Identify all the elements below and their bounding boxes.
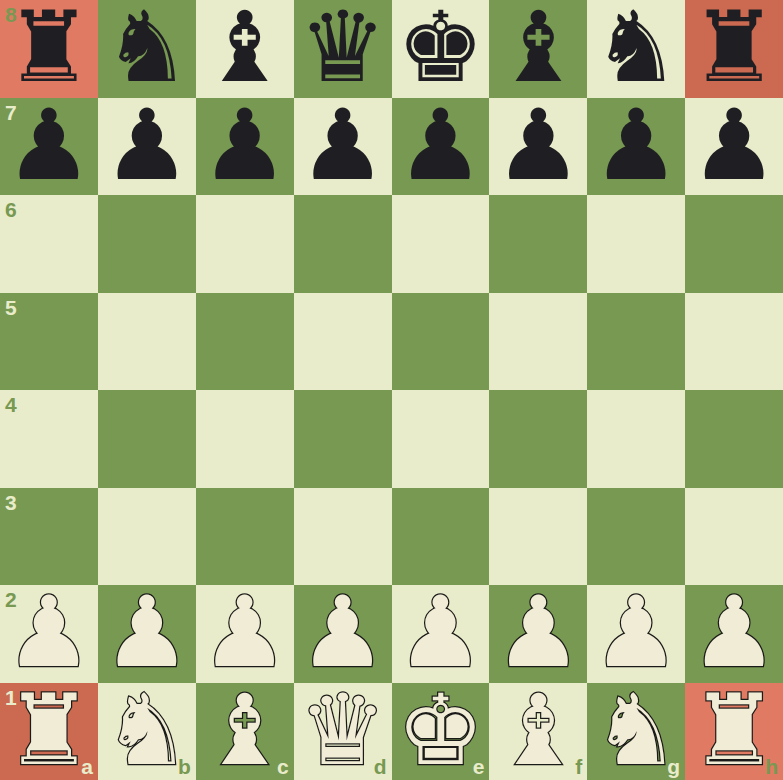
square-a6[interactable]: 6 — [0, 195, 98, 293]
rank-label-4: 4 — [5, 394, 17, 415]
square-e1[interactable]: e♚ — [392, 683, 490, 780]
square-b4[interactable] — [98, 390, 196, 488]
rank-label-5: 5 — [5, 297, 17, 318]
square-e3[interactable] — [392, 488, 490, 586]
square-a4[interactable]: 4 — [0, 390, 98, 488]
square-h2[interactable]: ♟ — [685, 585, 783, 683]
white-pawn[interactable]: ♟ — [299, 585, 387, 681]
square-d7[interactable]: ♟ — [294, 98, 392, 196]
white-pawn[interactable]: ♟ — [494, 585, 582, 681]
white-pawn[interactable]: ♟ — [690, 585, 778, 681]
square-c5[interactable] — [196, 293, 294, 391]
square-d4[interactable] — [294, 390, 392, 488]
square-a2[interactable]: 2♟ — [0, 585, 98, 683]
square-c3[interactable] — [196, 488, 294, 586]
rank-label-3: 3 — [5, 492, 17, 513]
square-h7[interactable]: ♟ — [685, 98, 783, 196]
square-b7[interactable]: ♟ — [98, 98, 196, 196]
black-pawn[interactable]: ♟ — [397, 98, 485, 194]
white-bishop[interactable]: ♝ — [201, 683, 289, 779]
square-e7[interactable]: ♟ — [392, 98, 490, 196]
square-d6[interactable] — [294, 195, 392, 293]
white-rook[interactable]: ♜ — [690, 683, 778, 779]
white-pawn[interactable]: ♟ — [592, 585, 680, 681]
square-g6[interactable] — [587, 195, 685, 293]
square-a7[interactable]: 7♟ — [0, 98, 98, 196]
square-f3[interactable] — [489, 488, 587, 586]
black-bishop[interactable]: ♝ — [494, 0, 582, 96]
square-a8[interactable]: 8♜ — [0, 0, 98, 98]
square-b2[interactable]: ♟ — [98, 585, 196, 683]
white-bishop[interactable]: ♝ — [494, 683, 582, 779]
rank-label-6: 6 — [5, 199, 17, 220]
square-b3[interactable] — [98, 488, 196, 586]
square-g2[interactable]: ♟ — [587, 585, 685, 683]
white-queen[interactable]: ♛ — [299, 683, 387, 779]
square-h8[interactable]: ♜ — [685, 0, 783, 98]
square-a3[interactable]: 3 — [0, 488, 98, 586]
black-knight[interactable]: ♞ — [103, 0, 191, 96]
square-a5[interactable]: 5 — [0, 293, 98, 391]
square-c7[interactable]: ♟ — [196, 98, 294, 196]
square-f6[interactable] — [489, 195, 587, 293]
black-pawn[interactable]: ♟ — [690, 98, 778, 194]
square-f7[interactable]: ♟ — [489, 98, 587, 196]
square-c8[interactable]: ♝ — [196, 0, 294, 98]
square-g5[interactable] — [587, 293, 685, 391]
square-h1[interactable]: h♜ — [685, 683, 783, 780]
square-g8[interactable]: ♞ — [587, 0, 685, 98]
square-e5[interactable] — [392, 293, 490, 391]
black-king[interactable]: ♚ — [397, 0, 485, 96]
square-h4[interactable] — [685, 390, 783, 488]
square-b6[interactable] — [98, 195, 196, 293]
square-c2[interactable]: ♟ — [196, 585, 294, 683]
square-g7[interactable]: ♟ — [587, 98, 685, 196]
square-d2[interactable]: ♟ — [294, 585, 392, 683]
square-g3[interactable] — [587, 488, 685, 586]
square-d5[interactable] — [294, 293, 392, 391]
black-bishop[interactable]: ♝ — [201, 0, 289, 96]
square-h6[interactable] — [685, 195, 783, 293]
square-c4[interactable] — [196, 390, 294, 488]
black-queen[interactable]: ♛ — [299, 0, 387, 96]
black-pawn[interactable]: ♟ — [103, 98, 191, 194]
square-h5[interactable] — [685, 293, 783, 391]
square-f8[interactable]: ♝ — [489, 0, 587, 98]
white-knight[interactable]: ♞ — [592, 683, 680, 779]
square-g1[interactable]: g♞ — [587, 683, 685, 780]
square-f4[interactable] — [489, 390, 587, 488]
white-pawn[interactable]: ♟ — [5, 585, 93, 681]
square-b5[interactable] — [98, 293, 196, 391]
black-pawn[interactable]: ♟ — [299, 98, 387, 194]
square-e2[interactable]: ♟ — [392, 585, 490, 683]
black-pawn[interactable]: ♟ — [5, 98, 93, 194]
white-king[interactable]: ♚ — [397, 683, 485, 779]
square-a1[interactable]: 1a♜ — [0, 683, 98, 780]
black-rook[interactable]: ♜ — [690, 0, 778, 96]
square-f5[interactable] — [489, 293, 587, 391]
square-e6[interactable] — [392, 195, 490, 293]
square-d3[interactable] — [294, 488, 392, 586]
square-b1[interactable]: b♞ — [98, 683, 196, 780]
black-pawn[interactable]: ♟ — [201, 98, 289, 194]
square-f2[interactable]: ♟ — [489, 585, 587, 683]
black-pawn[interactable]: ♟ — [592, 98, 680, 194]
chess-board: 8♜♞♝♛♚♝♞♜7♟♟♟♟♟♟♟♟65432♟♟♟♟♟♟♟♟1a♜b♞c♝d♛… — [0, 0, 783, 780]
black-pawn[interactable]: ♟ — [494, 98, 582, 194]
square-e4[interactable] — [392, 390, 490, 488]
white-pawn[interactable]: ♟ — [103, 585, 191, 681]
white-rook[interactable]: ♜ — [5, 683, 93, 779]
square-b8[interactable]: ♞ — [98, 0, 196, 98]
square-d8[interactable]: ♛ — [294, 0, 392, 98]
white-pawn[interactable]: ♟ — [397, 585, 485, 681]
white-knight[interactable]: ♞ — [103, 683, 191, 779]
square-c6[interactable] — [196, 195, 294, 293]
square-c1[interactable]: c♝ — [196, 683, 294, 780]
square-e8[interactable]: ♚ — [392, 0, 490, 98]
square-f1[interactable]: f♝ — [489, 683, 587, 780]
black-knight[interactable]: ♞ — [592, 0, 680, 96]
black-rook[interactable]: ♜ — [5, 0, 93, 96]
square-g4[interactable] — [587, 390, 685, 488]
square-h3[interactable] — [685, 488, 783, 586]
white-pawn[interactable]: ♟ — [201, 585, 289, 681]
square-d1[interactable]: d♛ — [294, 683, 392, 780]
